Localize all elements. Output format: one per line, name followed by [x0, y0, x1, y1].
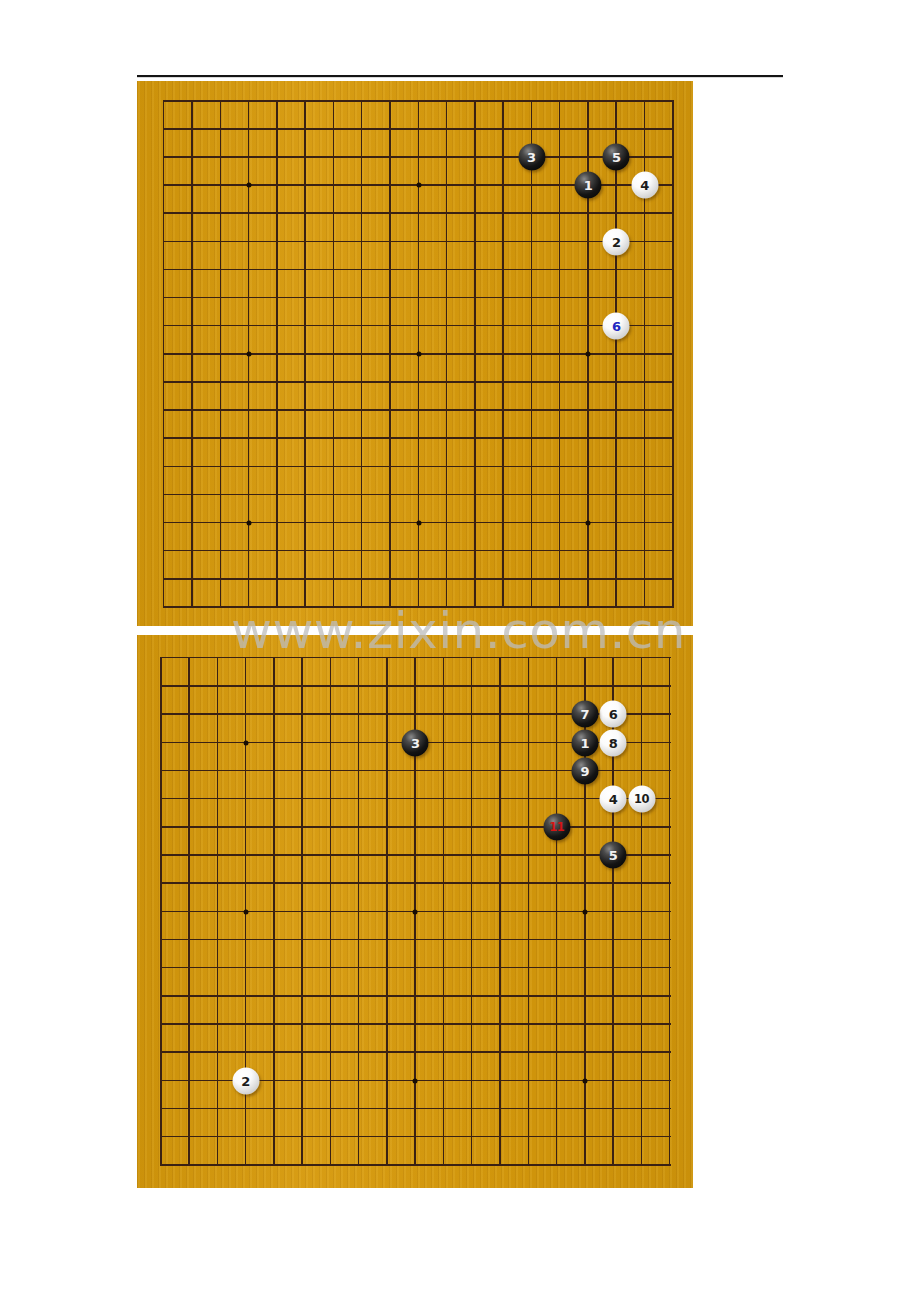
go-board-diagram-2: 1234567891011 — [137, 635, 693, 1188]
move-number: 5 — [609, 849, 618, 862]
star-point — [413, 909, 418, 914]
move-number: 6 — [609, 708, 618, 721]
go-stone-black-3: 3 — [402, 729, 429, 756]
move-number: 5 — [612, 151, 621, 164]
move-number: 3 — [527, 151, 536, 164]
star-point — [586, 520, 591, 525]
go-stone-white-8: 8 — [600, 729, 627, 756]
move-number: 4 — [640, 179, 649, 192]
move-number: 2 — [612, 235, 621, 248]
go-stone-black-1: 1 — [575, 172, 602, 199]
star-point — [416, 183, 421, 188]
go-stone-black-9: 9 — [572, 757, 599, 784]
star-point — [413, 1078, 418, 1083]
star-point — [583, 1078, 588, 1083]
move-number: 3 — [411, 736, 420, 749]
move-number: 2 — [241, 1074, 250, 1087]
star-point — [246, 183, 251, 188]
go-stone-white-6: 6 — [603, 312, 630, 339]
move-number: 4 — [609, 792, 618, 805]
go-stone-white-2: 2 — [232, 1067, 259, 1094]
move-number: 10 — [634, 793, 649, 805]
move-number: 7 — [581, 708, 590, 721]
star-point — [586, 352, 591, 357]
go-stone-white-2: 2 — [603, 228, 630, 255]
go-board-diagram-1: 123456 — [137, 81, 693, 626]
go-stone-black-5: 5 — [603, 144, 630, 171]
go-stone-white-10: 10 — [628, 785, 655, 812]
go-stone-white-6: 6 — [600, 701, 627, 728]
star-point — [583, 909, 588, 914]
star-point — [243, 740, 248, 745]
move-number: 8 — [609, 736, 618, 749]
go-stone-black-7: 7 — [572, 701, 599, 728]
move-number: 11 — [549, 821, 564, 833]
move-number: 1 — [581, 736, 590, 749]
star-point — [416, 352, 421, 357]
star-point — [416, 520, 421, 525]
star-point — [246, 520, 251, 525]
go-stone-white-4: 4 — [631, 172, 658, 199]
move-number: 6 — [612, 319, 621, 332]
go-stone-black-5: 5 — [600, 842, 627, 869]
go-stone-white-4: 4 — [600, 785, 627, 812]
move-number: 1 — [584, 179, 593, 192]
horizontal-rule — [137, 75, 783, 78]
go-stone-black-1: 1 — [572, 729, 599, 756]
move-number: 9 — [581, 764, 590, 777]
go-stone-black-11: 11 — [543, 814, 570, 841]
star-point — [243, 909, 248, 914]
go-stone-black-3: 3 — [518, 144, 545, 171]
star-point — [246, 352, 251, 357]
